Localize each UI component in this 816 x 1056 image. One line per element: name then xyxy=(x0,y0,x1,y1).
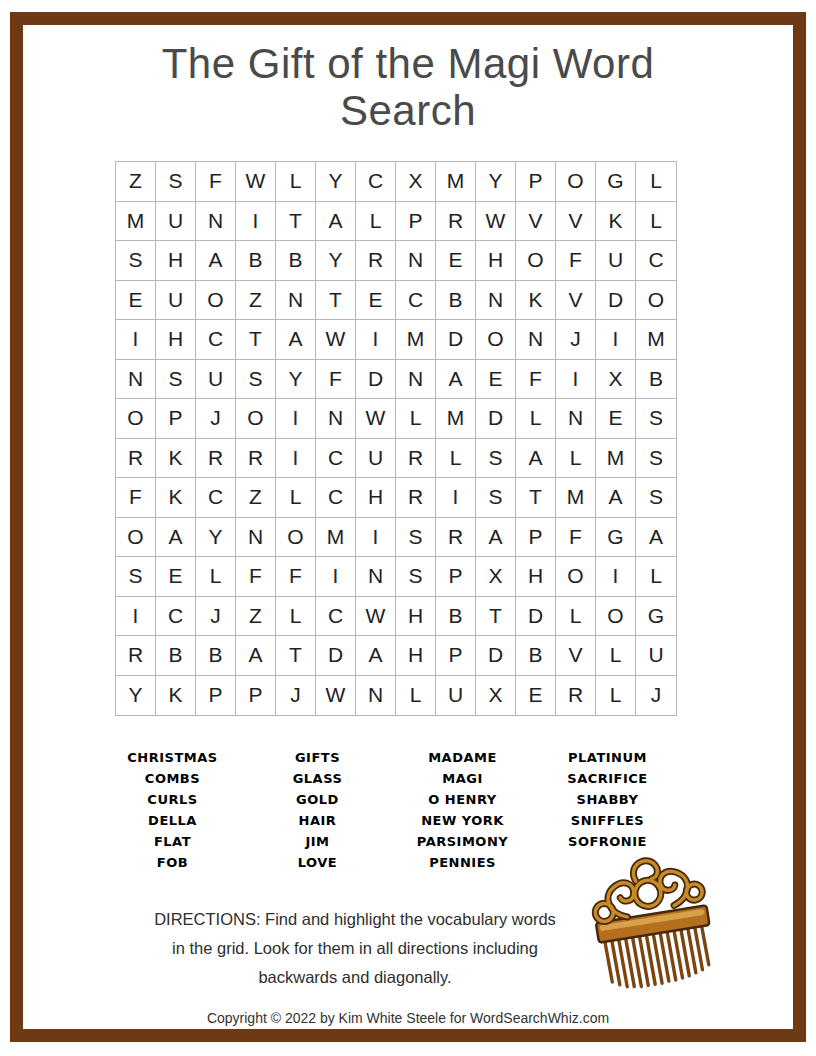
grid-cell[interactable]: Y xyxy=(316,241,356,281)
grid-cell[interactable]: C xyxy=(316,597,356,637)
grid-cell[interactable]: O xyxy=(516,241,556,281)
grid-cell[interactable]: I xyxy=(596,320,636,360)
grid-cell[interactable]: W xyxy=(316,676,356,716)
word-list-item: MAGI xyxy=(390,768,535,789)
grid-cell[interactable]: I xyxy=(316,557,356,597)
directions-text: DIRECTIONS: Find and highlight the vocab… xyxy=(125,905,585,992)
grid-cell[interactable]: V xyxy=(516,202,556,242)
grid-cell[interactable]: K xyxy=(156,676,196,716)
grid-cell[interactable]: E xyxy=(476,360,516,400)
grid-cell[interactable]: Y xyxy=(276,360,316,400)
grid-cell[interactable]: X xyxy=(396,162,436,202)
grid-cell[interactable]: L xyxy=(636,202,676,242)
grid-cell[interactable]: U xyxy=(156,202,196,242)
grid-cell[interactable]: R xyxy=(436,518,476,558)
grid-cell[interactable]: N xyxy=(356,557,396,597)
grid-cell[interactable]: L xyxy=(556,439,596,479)
grid-cell[interactable]: I xyxy=(236,202,276,242)
grid-cell[interactable]: O xyxy=(556,557,596,597)
grid-cell[interactable]: S xyxy=(636,439,676,479)
grid-cell[interactable]: Z xyxy=(236,281,276,321)
grid-cell[interactable]: S xyxy=(396,557,436,597)
grid-cell[interactable]: Y xyxy=(116,676,156,716)
grid-cell[interactable]: M xyxy=(636,320,676,360)
word-list-item: MADAME xyxy=(390,747,535,768)
directions-line: in the grid. Look for them in all direct… xyxy=(125,934,585,963)
grid-cell[interactable]: N xyxy=(316,399,356,439)
grid-cell[interactable]: A xyxy=(236,636,276,676)
word-list-item: PENNIES xyxy=(390,852,535,873)
word-list-item: SOFRONIE xyxy=(535,831,680,852)
grid-cell[interactable]: L xyxy=(556,597,596,637)
grid-cell[interactable]: N xyxy=(396,241,436,281)
word-list-column: GIFTSGLASSGOLDHAIRJIMLOVE xyxy=(245,747,390,873)
grid-cell[interactable]: B xyxy=(436,597,476,637)
grid-cell[interactable]: G xyxy=(636,597,676,637)
grid-cell[interactable]: H xyxy=(516,557,556,597)
grid-cell[interactable]: I xyxy=(436,478,476,518)
grid-cell[interactable]: K xyxy=(516,281,556,321)
grid-cell[interactable]: J xyxy=(276,676,316,716)
word-list-column: MADAMEMAGIO HENRYNEW YORKPARSIMONYPENNIE… xyxy=(390,747,535,873)
grid-cell[interactable]: D xyxy=(596,281,636,321)
grid-cell[interactable]: R xyxy=(436,202,476,242)
grid-cell[interactable]: O xyxy=(116,399,156,439)
grid-cell[interactable]: P xyxy=(436,557,476,597)
grid-cell[interactable]: P xyxy=(196,676,236,716)
grid-cell[interactable]: J xyxy=(636,676,676,716)
grid-cell[interactable]: B xyxy=(636,360,676,400)
word-search-grid: ZSFWLYCXMYPOGLMUNITALPRWVVKLSHABBYRNEHOF… xyxy=(115,161,677,716)
grid-cell[interactable]: F xyxy=(316,360,356,400)
grid-cell[interactable]: R xyxy=(236,439,276,479)
word-list-item: JIM xyxy=(245,831,390,852)
grid-cell[interactable]: O xyxy=(636,281,676,321)
grid-cell[interactable]: F xyxy=(556,518,596,558)
grid-cell[interactable]: Z xyxy=(236,597,276,637)
grid-cell[interactable]: M xyxy=(556,478,596,518)
word-list-column: CHRISTMASCOMBSCURLSDELLAFLATFOB xyxy=(100,747,245,873)
grid-cell[interactable]: H xyxy=(156,320,196,360)
grid-cell[interactable]: F xyxy=(236,557,276,597)
grid-cell[interactable]: T xyxy=(236,320,276,360)
word-list-item: PLATINUM xyxy=(535,747,680,768)
grid-cell[interactable]: I xyxy=(596,557,636,597)
grid-cell[interactable]: H xyxy=(396,597,436,637)
grid-cell[interactable]: S xyxy=(116,557,156,597)
grid-cell[interactable]: D xyxy=(476,636,516,676)
grid-cell[interactable]: A xyxy=(156,518,196,558)
grid-cell[interactable]: Z xyxy=(236,478,276,518)
grid-cell[interactable]: U xyxy=(196,360,236,400)
grid-cell[interactable]: D xyxy=(516,597,556,637)
grid-cell[interactable]: R xyxy=(196,439,236,479)
grid-cell[interactable]: A xyxy=(636,518,676,558)
grid-cell[interactable]: S xyxy=(476,439,516,479)
grid-cell[interactable]: O xyxy=(476,320,516,360)
grid-cell[interactable]: O xyxy=(596,597,636,637)
grid-cell[interactable]: I xyxy=(556,360,596,400)
grid-cell[interactable]: R xyxy=(396,439,436,479)
grid-cell[interactable]: X xyxy=(476,557,516,597)
grid-cell[interactable]: P xyxy=(436,636,476,676)
grid-cell[interactable]: M xyxy=(316,518,356,558)
hair-comb-illustration xyxy=(572,850,720,992)
grid-cell[interactable]: R xyxy=(116,439,156,479)
grid-cell[interactable]: M xyxy=(396,320,436,360)
worksheet-page: The Gift of the Magi Word Search ZSFWLYC… xyxy=(0,0,816,1056)
grid-cell[interactable]: Y xyxy=(196,518,236,558)
grid-cell[interactable]: K xyxy=(156,478,196,518)
grid-cell[interactable]: B xyxy=(236,241,276,281)
grid-cell[interactable]: O xyxy=(236,399,276,439)
word-list-item: SACRIFICE xyxy=(535,768,680,789)
grid-cell[interactable]: T xyxy=(476,597,516,637)
grid-cell[interactable]: B xyxy=(436,281,476,321)
grid-cell[interactable]: N xyxy=(516,320,556,360)
grid-cell[interactable]: I xyxy=(116,597,156,637)
grid-cell[interactable]: I xyxy=(276,399,316,439)
grid-cell[interactable]: O xyxy=(116,518,156,558)
grid-cell[interactable]: R xyxy=(356,241,396,281)
grid-cell[interactable]: U xyxy=(156,281,196,321)
grid-cell[interactable]: P xyxy=(516,518,556,558)
word-list-item: DELLA xyxy=(100,810,245,831)
grid-cell[interactable]: G xyxy=(596,518,636,558)
grid-cell[interactable]: L xyxy=(436,439,476,479)
grid-cell[interactable]: M xyxy=(436,162,476,202)
grid-cell[interactable]: C xyxy=(196,320,236,360)
grid-cell[interactable]: S xyxy=(396,518,436,558)
grid-cell[interactable]: D xyxy=(316,636,356,676)
grid-cell[interactable]: C xyxy=(316,478,356,518)
grid-cell[interactable]: E xyxy=(436,241,476,281)
grid-cell[interactable]: W xyxy=(476,202,516,242)
grid-cell[interactable]: P xyxy=(396,202,436,242)
grid-cell[interactable]: J xyxy=(556,320,596,360)
grid-cell[interactable]: W xyxy=(356,399,396,439)
grid-cell[interactable]: J xyxy=(196,597,236,637)
grid-cell[interactable]: D xyxy=(436,320,476,360)
grid-cell[interactable]: P xyxy=(516,162,556,202)
grid-cell[interactable]: O xyxy=(556,162,596,202)
grid-cell[interactable]: J xyxy=(196,399,236,439)
grid-cell[interactable]: A xyxy=(356,636,396,676)
grid-cell[interactable]: N xyxy=(196,202,236,242)
word-list-item: NEW YORK xyxy=(390,810,535,831)
grid-cell[interactable]: L xyxy=(596,636,636,676)
grid-cell[interactable]: C xyxy=(156,597,196,637)
grid-cell[interactable]: O xyxy=(196,281,236,321)
grid-cell[interactable]: E xyxy=(596,399,636,439)
grid-cell[interactable]: S xyxy=(236,360,276,400)
word-list-item: FOB xyxy=(100,852,245,873)
grid-cell[interactable]: P xyxy=(236,676,276,716)
grid-cell[interactable]: N xyxy=(356,676,396,716)
grid-cell[interactable]: T xyxy=(316,281,356,321)
word-list-item: GOLD xyxy=(245,789,390,810)
word-list-item: O HENRY xyxy=(390,789,535,810)
grid-cell[interactable]: P xyxy=(156,399,196,439)
word-list-item: COMBS xyxy=(100,768,245,789)
grid-cell[interactable]: U xyxy=(436,676,476,716)
grid-cell[interactable]: L xyxy=(356,202,396,242)
grid-cell[interactable]: W xyxy=(316,320,356,360)
grid-cell[interactable]: C xyxy=(636,241,676,281)
grid-cell[interactable]: U xyxy=(356,439,396,479)
grid-cell[interactable]: A xyxy=(516,439,556,479)
grid-cell[interactable]: A xyxy=(476,518,516,558)
grid-cell[interactable]: B xyxy=(516,636,556,676)
grid-cell[interactable]: S xyxy=(156,360,196,400)
grid-cell[interactable]: F xyxy=(276,557,316,597)
grid-cell[interactable]: Z xyxy=(116,162,156,202)
grid-cell[interactable]: B xyxy=(196,636,236,676)
grid-cell[interactable]: W xyxy=(356,597,396,637)
grid-cell[interactable]: V xyxy=(556,202,596,242)
directions-line: DIRECTIONS: Find and highlight the vocab… xyxy=(125,905,585,934)
grid-cell[interactable]: N xyxy=(396,360,436,400)
grid-cell[interactable]: C xyxy=(396,281,436,321)
grid-cell[interactable]: C xyxy=(316,439,356,479)
grid-cell[interactable]: K xyxy=(156,439,196,479)
grid-cell[interactable]: U xyxy=(636,636,676,676)
grid-cell[interactable]: H xyxy=(356,478,396,518)
grid-cell[interactable]: E xyxy=(516,676,556,716)
grid-cell[interactable]: A xyxy=(436,360,476,400)
word-list-item: LOVE xyxy=(245,852,390,873)
grid-cell[interactable]: F xyxy=(196,162,236,202)
grid-cell[interactable]: L xyxy=(636,162,676,202)
grid-cell[interactable]: X xyxy=(596,360,636,400)
grid-cell[interactable]: X xyxy=(476,676,516,716)
grid-cell[interactable]: F xyxy=(556,241,596,281)
grid-cell[interactable]: O xyxy=(276,518,316,558)
grid-cell[interactable]: D xyxy=(476,399,516,439)
word-list-item: GIFTS xyxy=(245,747,390,768)
grid-cell[interactable]: L xyxy=(516,399,556,439)
grid-cell[interactable]: F xyxy=(116,478,156,518)
grid-cell[interactable]: Y xyxy=(476,162,516,202)
grid-cell[interactable]: A xyxy=(316,202,356,242)
grid-cell[interactable]: D xyxy=(356,360,396,400)
grid-cell[interactable]: S xyxy=(476,478,516,518)
grid-cell[interactable]: N xyxy=(116,360,156,400)
grid-cell[interactable]: V xyxy=(556,281,596,321)
grid-cell[interactable]: T xyxy=(516,478,556,518)
grid-cell[interactable]: L xyxy=(396,399,436,439)
word-list-item: PARSIMONY xyxy=(390,831,535,852)
grid-cell[interactable]: W xyxy=(236,162,276,202)
grid-cell[interactable]: R xyxy=(396,478,436,518)
grid-cell[interactable]: S xyxy=(636,399,676,439)
word-list-item: CHRISTMAS xyxy=(100,747,245,768)
grid-cell[interactable]: N xyxy=(556,399,596,439)
grid-cell[interactable]: M xyxy=(436,399,476,439)
word-list-item: GLASS xyxy=(245,768,390,789)
grid-cell[interactable]: Y xyxy=(316,162,356,202)
grid-cell[interactable]: S xyxy=(636,478,676,518)
grid-cell[interactable]: I xyxy=(276,439,316,479)
grid-cell[interactable]: S xyxy=(116,241,156,281)
grid-cell[interactable]: A xyxy=(276,320,316,360)
grid-cell[interactable]: R xyxy=(116,636,156,676)
grid-cell[interactable]: S xyxy=(156,162,196,202)
grid-cell[interactable]: V xyxy=(556,636,596,676)
grid-cell[interactable]: L xyxy=(196,557,236,597)
grid-cell[interactable]: N xyxy=(276,281,316,321)
grid-cell[interactable]: L xyxy=(596,676,636,716)
word-list-item: FLAT xyxy=(100,831,245,852)
grid-cell[interactable]: N xyxy=(236,518,276,558)
grid-cell[interactable]: A xyxy=(596,478,636,518)
grid-cell[interactable]: R xyxy=(556,676,596,716)
grid-cell[interactable]: A xyxy=(196,241,236,281)
grid-cell[interactable]: H xyxy=(156,241,196,281)
word-list-item: CURLS xyxy=(100,789,245,810)
grid-cell[interactable]: G xyxy=(596,162,636,202)
grid-cell[interactable]: U xyxy=(596,241,636,281)
word-list-item: SNIFFLES xyxy=(535,810,680,831)
word-list-item: HAIR xyxy=(245,810,390,831)
grid-cell[interactable]: H xyxy=(396,636,436,676)
grid-cell[interactable]: L xyxy=(276,597,316,637)
grid-cell[interactable]: M xyxy=(596,439,636,479)
grid-cell[interactable]: F xyxy=(516,360,556,400)
directions-line: backwards and diagonally. xyxy=(125,963,585,992)
copyright-text: Copyright © 2022 by Kim White Steele for… xyxy=(0,1010,816,1026)
grid-cell[interactable]: L xyxy=(276,478,316,518)
grid-cell[interactable]: I xyxy=(116,320,156,360)
grid-cell[interactable]: E xyxy=(356,281,396,321)
grid-cell[interactable]: T xyxy=(276,636,316,676)
grid-cell[interactable]: B xyxy=(156,636,196,676)
page-title: The Gift of the Magi Word Search xyxy=(98,40,718,134)
word-list-item: SHABBY xyxy=(535,789,680,810)
grid-cell[interactable]: B xyxy=(276,241,316,281)
grid-cell[interactable]: T xyxy=(276,202,316,242)
grid-cell[interactable]: E xyxy=(156,557,196,597)
grid-cell[interactable]: L xyxy=(276,162,316,202)
grid-cell[interactable]: I xyxy=(356,518,396,558)
grid-cell[interactable]: E xyxy=(116,281,156,321)
grid-cell[interactable]: H xyxy=(476,241,516,281)
grid-cell[interactable]: I xyxy=(356,320,396,360)
grid-cell[interactable]: L xyxy=(636,557,676,597)
grid-cell[interactable]: C xyxy=(356,162,396,202)
grid-cell[interactable]: C xyxy=(196,478,236,518)
grid-cell[interactable]: N xyxy=(476,281,516,321)
grid-cell[interactable]: L xyxy=(396,676,436,716)
grid-cell[interactable]: K xyxy=(596,202,636,242)
grid-cell[interactable]: M xyxy=(116,202,156,242)
